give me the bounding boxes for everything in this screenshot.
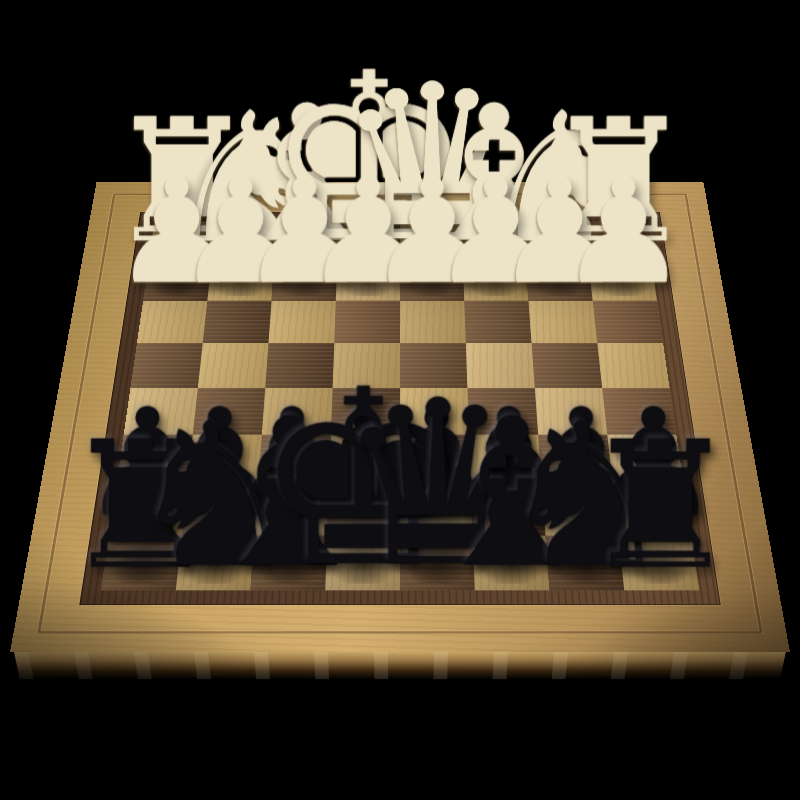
board-squares: ♜♞♝♚♛♝♞♜♟♟♟♟♟♟♟♟♟♟♟♟♟♟♟♟♜♞♝♚♛♝♞♜: [101, 222, 699, 591]
chess-set-photo: ♜♞♝♚♛♝♞♜♟♟♟♟♟♟♟♟♟♟♟♟♟♟♟♟♜♞♝♚♛♝♞♜: [0, 0, 800, 800]
square-c3[interactable]: [464, 301, 531, 343]
chess-board: ♜♞♝♚♛♝♞♜♟♟♟♟♟♟♟♟♟♟♟♟♟♟♟♟♜♞♝♚♛♝♞♜: [10, 182, 790, 652]
square-b3[interactable]: [528, 301, 597, 343]
square-a8[interactable]: ♜: [618, 536, 699, 591]
square-a3[interactable]: [593, 301, 663, 343]
square-h3[interactable]: [137, 301, 207, 343]
frame-front-edge: [14, 652, 786, 679]
scene: ♜♞♝♚♛♝♞♜♟♟♟♟♟♟♟♟♟♟♟♟♟♟♟♟♜♞♝♚♛♝♞♜: [0, 0, 800, 800]
square-a2[interactable]: ♟: [588, 260, 657, 301]
black-rook-a8[interactable]: ♜: [581, 418, 738, 593]
white-pawn-a2[interactable]: ♟: [558, 159, 688, 304]
